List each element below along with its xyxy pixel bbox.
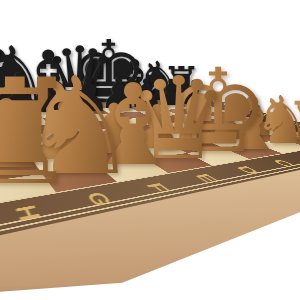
chess-set-photo: HGFEDCBA ♜♞♝♚♛♝♞♜♟♟♟♟♟♟♟♟♟♟♟♟♟♟♟♟♜♞♝♚♛♝♞… [0,0,300,300]
white-rook: ♜ [0,59,81,205]
